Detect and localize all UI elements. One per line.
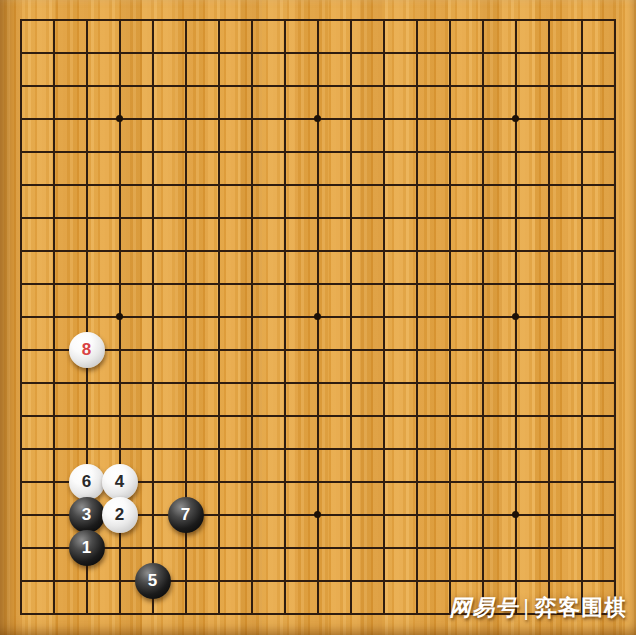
intersection-s7[interactable] (565, 399, 598, 432)
intersection-o4[interactable] (433, 498, 466, 531)
intersection-h13[interactable] (235, 201, 268, 234)
intersection-b15[interactable] (37, 135, 70, 168)
intersection-e9[interactable] (136, 333, 169, 366)
intersection-k12[interactable] (301, 234, 334, 267)
intersection-l13[interactable] (334, 201, 367, 234)
intersection-s15[interactable] (565, 135, 598, 168)
intersection-t6[interactable] (598, 432, 631, 465)
intersection-o15[interactable] (433, 135, 466, 168)
intersection-e10[interactable] (136, 300, 169, 333)
stone-white-move-4-d5[interactable]: 4 (102, 464, 138, 500)
intersection-c9[interactable]: 8 (70, 333, 103, 366)
intersection-a10[interactable] (4, 300, 37, 333)
intersection-b14[interactable] (37, 168, 70, 201)
intersection-o9[interactable] (433, 333, 466, 366)
intersection-s16[interactable] (565, 102, 598, 135)
intersection-t16[interactable] (598, 102, 631, 135)
intersection-d16[interactable] (103, 102, 136, 135)
intersection-b11[interactable] (37, 267, 70, 300)
intersection-f15[interactable] (169, 135, 202, 168)
intersection-p8[interactable] (466, 366, 499, 399)
intersection-a7[interactable] (4, 399, 37, 432)
intersection-e13[interactable] (136, 201, 169, 234)
intersection-k13[interactable] (301, 201, 334, 234)
intersection-d14[interactable] (103, 168, 136, 201)
intersection-m4[interactable] (367, 498, 400, 531)
intersection-j17[interactable] (268, 69, 301, 102)
intersection-j9[interactable] (268, 333, 301, 366)
stone-black-move-5-e2[interactable]: 5 (135, 563, 171, 599)
intersection-h7[interactable] (235, 399, 268, 432)
intersection-k14[interactable] (301, 168, 334, 201)
intersection-d1[interactable] (103, 597, 136, 630)
intersection-l11[interactable] (334, 267, 367, 300)
intersection-g9[interactable] (202, 333, 235, 366)
intersection-f1[interactable] (169, 597, 202, 630)
intersection-a8[interactable] (4, 366, 37, 399)
intersection-k19[interactable] (301, 3, 334, 36)
intersection-o8[interactable] (433, 366, 466, 399)
intersection-b10[interactable] (37, 300, 70, 333)
intersection-f7[interactable] (169, 399, 202, 432)
intersection-l6[interactable] (334, 432, 367, 465)
intersection-h10[interactable] (235, 300, 268, 333)
intersection-e19[interactable] (136, 3, 169, 36)
intersection-c11[interactable] (70, 267, 103, 300)
intersection-g8[interactable] (202, 366, 235, 399)
intersection-t9[interactable] (598, 333, 631, 366)
intersection-a13[interactable] (4, 201, 37, 234)
intersection-g6[interactable] (202, 432, 235, 465)
intersection-m8[interactable] (367, 366, 400, 399)
intersection-q13[interactable] (499, 201, 532, 234)
intersection-n18[interactable] (400, 36, 433, 69)
intersection-o11[interactable] (433, 267, 466, 300)
intersection-r16[interactable] (532, 102, 565, 135)
intersection-c14[interactable] (70, 168, 103, 201)
intersection-e15[interactable] (136, 135, 169, 168)
intersection-b5[interactable] (37, 465, 70, 498)
intersection-c17[interactable] (70, 69, 103, 102)
intersection-p3[interactable] (466, 531, 499, 564)
intersection-f6[interactable] (169, 432, 202, 465)
intersection-g12[interactable] (202, 234, 235, 267)
intersection-q3[interactable] (499, 531, 532, 564)
intersection-f11[interactable] (169, 267, 202, 300)
intersection-c3[interactable]: 1 (70, 531, 103, 564)
intersection-m11[interactable] (367, 267, 400, 300)
intersection-p14[interactable] (466, 168, 499, 201)
intersection-j13[interactable] (268, 201, 301, 234)
intersection-l7[interactable] (334, 399, 367, 432)
intersection-f5[interactable] (169, 465, 202, 498)
intersection-e11[interactable] (136, 267, 169, 300)
intersection-r19[interactable] (532, 3, 565, 36)
intersection-q16[interactable] (499, 102, 532, 135)
intersection-r6[interactable] (532, 432, 565, 465)
intersection-m18[interactable] (367, 36, 400, 69)
intersection-n2[interactable] (400, 564, 433, 597)
intersection-d13[interactable] (103, 201, 136, 234)
intersection-r4[interactable] (532, 498, 565, 531)
intersection-n14[interactable] (400, 168, 433, 201)
intersection-f14[interactable] (169, 168, 202, 201)
intersection-c10[interactable] (70, 300, 103, 333)
intersection-a3[interactable] (4, 531, 37, 564)
intersection-n6[interactable] (400, 432, 433, 465)
intersection-r11[interactable] (532, 267, 565, 300)
intersection-a9[interactable] (4, 333, 37, 366)
intersection-d5[interactable]: 4 (103, 465, 136, 498)
intersection-j6[interactable] (268, 432, 301, 465)
intersection-n7[interactable] (400, 399, 433, 432)
intersection-b8[interactable] (37, 366, 70, 399)
intersection-e4[interactable] (136, 498, 169, 531)
intersection-c7[interactable] (70, 399, 103, 432)
intersection-n15[interactable] (400, 135, 433, 168)
intersection-t10[interactable] (598, 300, 631, 333)
intersection-h12[interactable] (235, 234, 268, 267)
intersection-m12[interactable] (367, 234, 400, 267)
intersection-s4[interactable] (565, 498, 598, 531)
intersection-t18[interactable] (598, 36, 631, 69)
intersection-c18[interactable] (70, 36, 103, 69)
intersection-n13[interactable] (400, 201, 433, 234)
intersection-f12[interactable] (169, 234, 202, 267)
intersection-l16[interactable] (334, 102, 367, 135)
intersection-l12[interactable] (334, 234, 367, 267)
intersection-d18[interactable] (103, 36, 136, 69)
intersection-g3[interactable] (202, 531, 235, 564)
intersection-b6[interactable] (37, 432, 70, 465)
intersection-g17[interactable] (202, 69, 235, 102)
intersection-p15[interactable] (466, 135, 499, 168)
intersection-g10[interactable] (202, 300, 235, 333)
intersection-p10[interactable] (466, 300, 499, 333)
intersection-q11[interactable] (499, 267, 532, 300)
intersection-j7[interactable] (268, 399, 301, 432)
intersection-f10[interactable] (169, 300, 202, 333)
intersection-s13[interactable] (565, 201, 598, 234)
intersection-q5[interactable] (499, 465, 532, 498)
intersection-h14[interactable] (235, 168, 268, 201)
intersection-r13[interactable] (532, 201, 565, 234)
intersection-c5[interactable]: 6 (70, 465, 103, 498)
intersection-s18[interactable] (565, 36, 598, 69)
intersection-e3[interactable] (136, 531, 169, 564)
stone-white-move-6-c5[interactable]: 6 (69, 464, 105, 500)
intersection-k17[interactable] (301, 69, 334, 102)
intersection-a15[interactable] (4, 135, 37, 168)
intersection-q14[interactable] (499, 168, 532, 201)
intersection-c13[interactable] (70, 201, 103, 234)
intersection-j19[interactable] (268, 3, 301, 36)
intersection-o12[interactable] (433, 234, 466, 267)
intersection-k10[interactable] (301, 300, 334, 333)
intersection-j11[interactable] (268, 267, 301, 300)
intersection-p7[interactable] (466, 399, 499, 432)
intersection-k11[interactable] (301, 267, 334, 300)
intersection-j14[interactable] (268, 168, 301, 201)
intersection-h3[interactable] (235, 531, 268, 564)
intersection-m3[interactable] (367, 531, 400, 564)
intersection-q17[interactable] (499, 69, 532, 102)
intersection-b2[interactable] (37, 564, 70, 597)
intersection-n19[interactable] (400, 3, 433, 36)
intersection-n5[interactable] (400, 465, 433, 498)
intersection-o7[interactable] (433, 399, 466, 432)
intersection-h19[interactable] (235, 3, 268, 36)
intersection-k15[interactable] (301, 135, 334, 168)
intersection-a11[interactable] (4, 267, 37, 300)
intersection-m14[interactable] (367, 168, 400, 201)
intersection-a2[interactable] (4, 564, 37, 597)
intersection-c2[interactable] (70, 564, 103, 597)
intersection-g11[interactable] (202, 267, 235, 300)
intersection-n9[interactable] (400, 333, 433, 366)
intersection-c19[interactable] (70, 3, 103, 36)
intersection-h2[interactable] (235, 564, 268, 597)
intersection-g4[interactable] (202, 498, 235, 531)
intersection-t8[interactable] (598, 366, 631, 399)
intersection-j15[interactable] (268, 135, 301, 168)
intersection-t12[interactable] (598, 234, 631, 267)
intersection-a14[interactable] (4, 168, 37, 201)
intersection-f19[interactable] (169, 3, 202, 36)
intersection-o13[interactable] (433, 201, 466, 234)
intersection-k16[interactable] (301, 102, 334, 135)
intersection-q12[interactable] (499, 234, 532, 267)
intersection-q10[interactable] (499, 300, 532, 333)
intersection-f9[interactable] (169, 333, 202, 366)
intersection-k3[interactable] (301, 531, 334, 564)
intersection-q7[interactable] (499, 399, 532, 432)
intersection-c1[interactable] (70, 597, 103, 630)
intersection-e14[interactable] (136, 168, 169, 201)
intersection-b9[interactable] (37, 333, 70, 366)
intersection-k9[interactable] (301, 333, 334, 366)
intersection-r8[interactable] (532, 366, 565, 399)
stone-black-move-7-f4[interactable]: 7 (168, 497, 204, 533)
intersection-b12[interactable] (37, 234, 70, 267)
intersection-r12[interactable] (532, 234, 565, 267)
intersection-q19[interactable] (499, 3, 532, 36)
intersection-p6[interactable] (466, 432, 499, 465)
intersection-d9[interactable] (103, 333, 136, 366)
intersection-j16[interactable] (268, 102, 301, 135)
intersection-h17[interactable] (235, 69, 268, 102)
intersection-t11[interactable] (598, 267, 631, 300)
intersection-m17[interactable] (367, 69, 400, 102)
intersection-l8[interactable] (334, 366, 367, 399)
intersection-b7[interactable] (37, 399, 70, 432)
intersection-q15[interactable] (499, 135, 532, 168)
intersection-n10[interactable] (400, 300, 433, 333)
intersection-p17[interactable] (466, 69, 499, 102)
intersection-p18[interactable] (466, 36, 499, 69)
intersection-k7[interactable] (301, 399, 334, 432)
intersection-t13[interactable] (598, 201, 631, 234)
intersection-k4[interactable] (301, 498, 334, 531)
intersection-j8[interactable] (268, 366, 301, 399)
intersection-h8[interactable] (235, 366, 268, 399)
intersection-q8[interactable] (499, 366, 532, 399)
intersection-p13[interactable] (466, 201, 499, 234)
intersection-h18[interactable] (235, 36, 268, 69)
intersection-t3[interactable] (598, 531, 631, 564)
intersection-p11[interactable] (466, 267, 499, 300)
intersection-a1[interactable] (4, 597, 37, 630)
intersection-m13[interactable] (367, 201, 400, 234)
intersection-g7[interactable] (202, 399, 235, 432)
intersection-e6[interactable] (136, 432, 169, 465)
intersection-c15[interactable] (70, 135, 103, 168)
intersection-k1[interactable] (301, 597, 334, 630)
intersection-b16[interactable] (37, 102, 70, 135)
intersection-k5[interactable] (301, 465, 334, 498)
intersection-s5[interactable] (565, 465, 598, 498)
intersection-t4[interactable] (598, 498, 631, 531)
intersection-l9[interactable] (334, 333, 367, 366)
intersection-e1[interactable] (136, 597, 169, 630)
intersection-a12[interactable] (4, 234, 37, 267)
intersection-p4[interactable] (466, 498, 499, 531)
intersection-a18[interactable] (4, 36, 37, 69)
intersection-h11[interactable] (235, 267, 268, 300)
intersection-d8[interactable] (103, 366, 136, 399)
intersection-e18[interactable] (136, 36, 169, 69)
intersection-r5[interactable] (532, 465, 565, 498)
intersection-g2[interactable] (202, 564, 235, 597)
intersection-m7[interactable] (367, 399, 400, 432)
intersection-l17[interactable] (334, 69, 367, 102)
intersection-j1[interactable] (268, 597, 301, 630)
intersection-m19[interactable] (367, 3, 400, 36)
intersection-s19[interactable] (565, 3, 598, 36)
intersection-k6[interactable] (301, 432, 334, 465)
stone-white-move-2-d4[interactable]: 2 (102, 497, 138, 533)
intersection-a17[interactable] (4, 69, 37, 102)
intersection-r18[interactable] (532, 36, 565, 69)
intersection-d6[interactable] (103, 432, 136, 465)
intersection-j4[interactable] (268, 498, 301, 531)
intersection-p19[interactable] (466, 3, 499, 36)
intersection-r14[interactable] (532, 168, 565, 201)
intersection-p9[interactable] (466, 333, 499, 366)
intersection-e8[interactable] (136, 366, 169, 399)
intersection-b1[interactable] (37, 597, 70, 630)
intersection-o3[interactable] (433, 531, 466, 564)
intersection-n12[interactable] (400, 234, 433, 267)
intersection-f3[interactable] (169, 531, 202, 564)
intersection-b4[interactable] (37, 498, 70, 531)
stone-black-move-1-c3[interactable]: 1 (69, 530, 105, 566)
intersection-c8[interactable] (70, 366, 103, 399)
intersection-e17[interactable] (136, 69, 169, 102)
intersection-c16[interactable] (70, 102, 103, 135)
intersection-j12[interactable] (268, 234, 301, 267)
intersection-d12[interactable] (103, 234, 136, 267)
intersection-e7[interactable] (136, 399, 169, 432)
intersection-r9[interactable] (532, 333, 565, 366)
intersection-q9[interactable] (499, 333, 532, 366)
intersection-o5[interactable] (433, 465, 466, 498)
intersection-e16[interactable] (136, 102, 169, 135)
intersection-l5[interactable] (334, 465, 367, 498)
intersection-g1[interactable] (202, 597, 235, 630)
intersection-g18[interactable] (202, 36, 235, 69)
intersection-h4[interactable] (235, 498, 268, 531)
intersection-b18[interactable] (37, 36, 70, 69)
intersection-p12[interactable] (466, 234, 499, 267)
intersection-f16[interactable] (169, 102, 202, 135)
intersection-f17[interactable] (169, 69, 202, 102)
intersection-e2[interactable]: 5 (136, 564, 169, 597)
intersection-a5[interactable] (4, 465, 37, 498)
intersection-j5[interactable] (268, 465, 301, 498)
intersection-a4[interactable] (4, 498, 37, 531)
intersection-t15[interactable] (598, 135, 631, 168)
intersection-r10[interactable] (532, 300, 565, 333)
intersection-n11[interactable] (400, 267, 433, 300)
intersection-j18[interactable] (268, 36, 301, 69)
intersection-e12[interactable] (136, 234, 169, 267)
intersection-s9[interactable] (565, 333, 598, 366)
intersection-t17[interactable] (598, 69, 631, 102)
intersection-b17[interactable] (37, 69, 70, 102)
intersection-n16[interactable] (400, 102, 433, 135)
intersection-f18[interactable] (169, 36, 202, 69)
intersection-o14[interactable] (433, 168, 466, 201)
intersection-o19[interactable] (433, 3, 466, 36)
intersection-r17[interactable] (532, 69, 565, 102)
intersection-r15[interactable] (532, 135, 565, 168)
intersection-o18[interactable] (433, 36, 466, 69)
intersection-s17[interactable] (565, 69, 598, 102)
intersection-s8[interactable] (565, 366, 598, 399)
intersection-p16[interactable] (466, 102, 499, 135)
intersection-a6[interactable] (4, 432, 37, 465)
intersection-s10[interactable] (565, 300, 598, 333)
intersection-d17[interactable] (103, 69, 136, 102)
intersection-p5[interactable] (466, 465, 499, 498)
intersection-d3[interactable] (103, 531, 136, 564)
intersection-q6[interactable] (499, 432, 532, 465)
intersection-h9[interactable] (235, 333, 268, 366)
intersection-l3[interactable] (334, 531, 367, 564)
intersection-j2[interactable] (268, 564, 301, 597)
intersection-m10[interactable] (367, 300, 400, 333)
intersection-k8[interactable] (301, 366, 334, 399)
intersection-d10[interactable] (103, 300, 136, 333)
intersection-d11[interactable] (103, 267, 136, 300)
intersection-s11[interactable] (565, 267, 598, 300)
intersection-g5[interactable] (202, 465, 235, 498)
intersection-m6[interactable] (367, 432, 400, 465)
intersection-h5[interactable] (235, 465, 268, 498)
intersection-d19[interactable] (103, 3, 136, 36)
intersection-l4[interactable] (334, 498, 367, 531)
intersection-o17[interactable] (433, 69, 466, 102)
intersection-t19[interactable] (598, 3, 631, 36)
intersection-f8[interactable] (169, 366, 202, 399)
intersection-s14[interactable] (565, 168, 598, 201)
intersection-h16[interactable] (235, 102, 268, 135)
intersection-m9[interactable] (367, 333, 400, 366)
intersection-t14[interactable] (598, 168, 631, 201)
intersection-r3[interactable] (532, 531, 565, 564)
intersection-a19[interactable] (4, 3, 37, 36)
